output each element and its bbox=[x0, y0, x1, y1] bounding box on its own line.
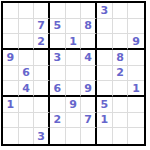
cell-r2c6[interactable]: 8 bbox=[81, 19, 97, 35]
cell-r6c1[interactable] bbox=[3, 81, 19, 97]
cell-r3c7[interactable] bbox=[97, 34, 113, 50]
cell-r4c8[interactable]: 8 bbox=[113, 50, 129, 66]
cell-r8c8[interactable] bbox=[113, 113, 129, 129]
cell-r4c3[interactable] bbox=[34, 50, 50, 66]
cell-r6c8[interactable] bbox=[113, 81, 129, 97]
given-digit: 1 bbox=[69, 36, 77, 47]
cell-r8c6[interactable]: 7 bbox=[81, 113, 97, 129]
cell-r9c2[interactable] bbox=[19, 128, 35, 144]
cell-r3c8[interactable] bbox=[113, 34, 129, 50]
cell-r5c7[interactable] bbox=[97, 66, 113, 82]
cell-r7c8[interactable] bbox=[113, 97, 129, 113]
given-digit: 6 bbox=[22, 67, 30, 78]
cell-r8c5[interactable] bbox=[66, 113, 82, 129]
given-digit: 4 bbox=[84, 52, 92, 63]
cell-r5c1[interactable] bbox=[3, 66, 19, 82]
cell-r6c6[interactable]: 9 bbox=[81, 81, 97, 97]
given-digit: 9 bbox=[69, 99, 77, 110]
given-digit: 1 bbox=[7, 99, 15, 110]
given-digit: 4 bbox=[22, 83, 30, 94]
given-digit: 1 bbox=[101, 114, 109, 125]
cell-r9c7[interactable] bbox=[97, 128, 113, 144]
sudoku-board: 375821993486246911952713 bbox=[1, 1, 146, 146]
given-digit: 9 bbox=[84, 83, 92, 94]
cell-r5c6[interactable] bbox=[81, 66, 97, 82]
given-digit: 3 bbox=[37, 131, 45, 142]
cell-r7c6[interactable] bbox=[81, 97, 97, 113]
cell-r7c5[interactable]: 9 bbox=[66, 97, 82, 113]
given-digit: 2 bbox=[116, 67, 124, 78]
cell-r8c7[interactable]: 1 bbox=[97, 113, 113, 129]
cell-r4c6[interactable]: 4 bbox=[81, 50, 97, 66]
cell-r3c5[interactable]: 1 bbox=[66, 34, 82, 50]
cell-r8c4[interactable]: 2 bbox=[50, 113, 66, 129]
given-digit: 5 bbox=[54, 20, 62, 31]
cell-r1c1[interactable] bbox=[3, 3, 19, 19]
given-digit: 9 bbox=[132, 36, 140, 47]
cell-r5c8[interactable]: 2 bbox=[113, 66, 129, 82]
cell-r2c9[interactable] bbox=[128, 19, 144, 35]
cell-r8c2[interactable] bbox=[19, 113, 35, 129]
cell-r1c4[interactable] bbox=[50, 3, 66, 19]
cell-r4c4[interactable]: 3 bbox=[50, 50, 66, 66]
cell-r2c3[interactable]: 7 bbox=[34, 19, 50, 35]
given-digit: 1 bbox=[132, 83, 140, 94]
cell-r9c5[interactable] bbox=[66, 128, 82, 144]
cell-r6c3[interactable] bbox=[34, 81, 50, 97]
cell-r7c4[interactable] bbox=[50, 97, 66, 113]
given-digit: 3 bbox=[54, 52, 62, 63]
given-digit: 2 bbox=[54, 114, 62, 125]
cell-r9c8[interactable] bbox=[113, 128, 129, 144]
cell-r3c3[interactable]: 2 bbox=[34, 34, 50, 50]
cell-r6c4[interactable]: 6 bbox=[50, 81, 66, 97]
cell-r9c3[interactable]: 3 bbox=[34, 128, 50, 144]
cell-r5c4[interactable] bbox=[50, 66, 66, 82]
cell-r3c2[interactable] bbox=[19, 34, 35, 50]
cell-r3c1[interactable] bbox=[3, 34, 19, 50]
cell-r1c3[interactable] bbox=[34, 3, 50, 19]
cell-r7c1[interactable]: 1 bbox=[3, 97, 19, 113]
cell-r1c5[interactable] bbox=[66, 3, 82, 19]
given-digit: 6 bbox=[54, 83, 62, 94]
cell-r9c9[interactable] bbox=[128, 128, 144, 144]
cell-r4c2[interactable] bbox=[19, 50, 35, 66]
given-digit: 9 bbox=[7, 52, 15, 63]
cell-r2c2[interactable] bbox=[19, 19, 35, 35]
given-digit: 8 bbox=[84, 20, 92, 31]
cell-r9c1[interactable] bbox=[3, 128, 19, 144]
cell-r2c4[interactable]: 5 bbox=[50, 19, 66, 35]
cell-r4c5[interactable] bbox=[66, 50, 82, 66]
given-digit: 7 bbox=[84, 114, 92, 125]
cell-r2c5[interactable] bbox=[66, 19, 82, 35]
cell-r7c2[interactable] bbox=[19, 97, 35, 113]
cell-r9c4[interactable] bbox=[50, 128, 66, 144]
cell-r1c6[interactable] bbox=[81, 3, 97, 19]
cell-r7c7[interactable]: 5 bbox=[97, 97, 113, 113]
cell-r1c8[interactable] bbox=[113, 3, 129, 19]
cell-r8c1[interactable] bbox=[3, 113, 19, 129]
cell-r6c7[interactable] bbox=[97, 81, 113, 97]
given-digit: 2 bbox=[37, 36, 45, 47]
cell-r5c3[interactable] bbox=[34, 66, 50, 82]
cell-r5c2[interactable]: 6 bbox=[19, 66, 35, 82]
cell-r4c1[interactable]: 9 bbox=[3, 50, 19, 66]
given-digit: 5 bbox=[101, 99, 109, 110]
cell-r5c9[interactable] bbox=[128, 66, 144, 82]
cell-r4c9[interactable] bbox=[128, 50, 144, 66]
cell-r9c6[interactable] bbox=[81, 128, 97, 144]
given-digit: 7 bbox=[37, 20, 45, 31]
cell-r3c9[interactable]: 9 bbox=[128, 34, 144, 50]
cell-r7c9[interactable] bbox=[128, 97, 144, 113]
cell-r1c9[interactable] bbox=[128, 3, 144, 19]
cell-r7c3[interactable] bbox=[34, 97, 50, 113]
cell-r6c2[interactable]: 4 bbox=[19, 81, 35, 97]
cell-r4c7[interactable] bbox=[97, 50, 113, 66]
cell-r5c5[interactable] bbox=[66, 66, 82, 82]
cell-r2c8[interactable] bbox=[113, 19, 129, 35]
cell-r6c5[interactable] bbox=[66, 81, 82, 97]
cell-r6c9[interactable]: 1 bbox=[128, 81, 144, 97]
cell-r1c2[interactable] bbox=[19, 3, 35, 19]
cell-r2c7[interactable] bbox=[97, 19, 113, 35]
given-digit: 8 bbox=[116, 52, 124, 63]
given-digit: 3 bbox=[101, 5, 109, 16]
cell-r3c4[interactable] bbox=[50, 34, 66, 50]
cell-r8c9[interactable] bbox=[128, 113, 144, 129]
cell-r3c6[interactable] bbox=[81, 34, 97, 50]
cell-r1c7[interactable]: 3 bbox=[97, 3, 113, 19]
cell-r2c1[interactable] bbox=[3, 19, 19, 35]
cell-r8c3[interactable] bbox=[34, 113, 50, 129]
